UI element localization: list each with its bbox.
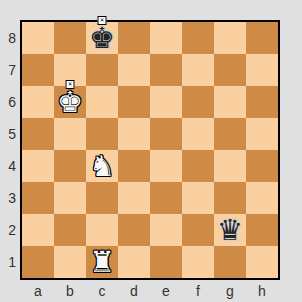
square-g7[interactable] bbox=[214, 54, 246, 86]
rank-label-4: 4 bbox=[0, 150, 16, 182]
rank-label-6: 6 bbox=[0, 86, 16, 118]
chess-diagram: 87654321 ♚×♚×♞♛♜ abcdefgh bbox=[0, 0, 302, 302]
square-a6[interactable] bbox=[22, 86, 54, 118]
file-label-c: c bbox=[86, 281, 118, 301]
square-d4[interactable] bbox=[118, 150, 150, 182]
square-h7[interactable] bbox=[246, 54, 278, 86]
square-b1[interactable] bbox=[54, 246, 86, 278]
square-a4[interactable] bbox=[22, 150, 54, 182]
square-d3[interactable] bbox=[118, 182, 150, 214]
square-b3[interactable] bbox=[54, 182, 86, 214]
rank-labels: 87654321 bbox=[0, 22, 16, 278]
square-a8[interactable] bbox=[22, 22, 54, 54]
square-e2[interactable] bbox=[150, 214, 182, 246]
rank-label-1: 1 bbox=[0, 246, 16, 278]
square-a2[interactable] bbox=[22, 214, 54, 246]
square-e4[interactable] bbox=[150, 150, 182, 182]
square-e1[interactable] bbox=[150, 246, 182, 278]
file-label-d: d bbox=[118, 281, 150, 301]
square-g1[interactable] bbox=[214, 246, 246, 278]
square-b4[interactable] bbox=[54, 150, 86, 182]
square-f3[interactable] bbox=[182, 182, 214, 214]
file-labels: abcdefgh bbox=[22, 281, 278, 301]
square-h2[interactable] bbox=[246, 214, 278, 246]
square-e5[interactable] bbox=[150, 118, 182, 150]
square-d1[interactable] bbox=[118, 246, 150, 278]
square-g8[interactable] bbox=[214, 22, 246, 54]
square-b6[interactable]: ♚× bbox=[54, 86, 86, 118]
square-e7[interactable] bbox=[150, 54, 182, 86]
square-g2[interactable]: ♛ bbox=[214, 214, 246, 246]
square-e3[interactable] bbox=[150, 182, 182, 214]
square-f2[interactable] bbox=[182, 214, 214, 246]
rank-label-2: 2 bbox=[0, 214, 16, 246]
piece-white-king[interactable]: ♚ bbox=[54, 86, 86, 118]
square-g4[interactable] bbox=[214, 150, 246, 182]
square-a7[interactable] bbox=[22, 54, 54, 86]
piece-white-rook[interactable]: ♜ bbox=[86, 246, 118, 278]
square-a3[interactable] bbox=[22, 182, 54, 214]
square-h4[interactable] bbox=[246, 150, 278, 182]
file-label-h: h bbox=[246, 281, 278, 301]
square-d8[interactable] bbox=[118, 22, 150, 54]
square-f6[interactable] bbox=[182, 86, 214, 118]
king-cross-marker: × bbox=[98, 16, 107, 25]
square-h6[interactable] bbox=[246, 86, 278, 118]
square-d6[interactable] bbox=[118, 86, 150, 118]
square-c4[interactable]: ♞ bbox=[86, 150, 118, 182]
square-f7[interactable] bbox=[182, 54, 214, 86]
square-h5[interactable] bbox=[246, 118, 278, 150]
square-g3[interactable] bbox=[214, 182, 246, 214]
rank-label-5: 5 bbox=[0, 118, 16, 150]
square-f5[interactable] bbox=[182, 118, 214, 150]
square-g5[interactable] bbox=[214, 118, 246, 150]
king-cross-marker: × bbox=[66, 80, 75, 89]
file-label-b: b bbox=[54, 281, 86, 301]
square-h3[interactable] bbox=[246, 182, 278, 214]
piece-black-queen[interactable]: ♛ bbox=[214, 214, 246, 246]
square-c1[interactable]: ♜ bbox=[86, 246, 118, 278]
square-c8[interactable]: ♚× bbox=[86, 22, 118, 54]
square-e8[interactable] bbox=[150, 22, 182, 54]
square-f4[interactable] bbox=[182, 150, 214, 182]
square-a1[interactable] bbox=[22, 246, 54, 278]
file-label-g: g bbox=[214, 281, 246, 301]
square-h8[interactable] bbox=[246, 22, 278, 54]
square-b2[interactable] bbox=[54, 214, 86, 246]
square-c5[interactable] bbox=[86, 118, 118, 150]
rank-label-3: 3 bbox=[0, 182, 16, 214]
square-c2[interactable] bbox=[86, 214, 118, 246]
square-f1[interactable] bbox=[182, 246, 214, 278]
square-d7[interactable] bbox=[118, 54, 150, 86]
square-c6[interactable] bbox=[86, 86, 118, 118]
file-label-e: e bbox=[150, 281, 182, 301]
rank-label-7: 7 bbox=[0, 54, 16, 86]
square-f8[interactable] bbox=[182, 22, 214, 54]
square-b5[interactable] bbox=[54, 118, 86, 150]
square-g6[interactable] bbox=[214, 86, 246, 118]
piece-black-king[interactable]: ♚ bbox=[86, 22, 118, 54]
file-label-a: a bbox=[22, 281, 54, 301]
square-c3[interactable] bbox=[86, 182, 118, 214]
piece-white-knight[interactable]: ♞ bbox=[86, 150, 118, 182]
square-c7[interactable] bbox=[86, 54, 118, 86]
square-e6[interactable] bbox=[150, 86, 182, 118]
square-h1[interactable] bbox=[246, 246, 278, 278]
square-a5[interactable] bbox=[22, 118, 54, 150]
square-b8[interactable] bbox=[54, 22, 86, 54]
file-label-f: f bbox=[182, 281, 214, 301]
square-d5[interactable] bbox=[118, 118, 150, 150]
chess-board: ♚×♚×♞♛♜ bbox=[20, 20, 280, 280]
rank-label-8: 8 bbox=[0, 22, 16, 54]
square-d2[interactable] bbox=[118, 214, 150, 246]
